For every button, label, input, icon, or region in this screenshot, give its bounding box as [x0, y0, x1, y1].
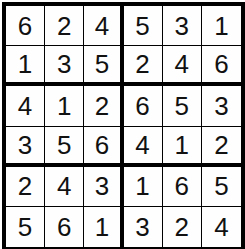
sudoku-cell[interactable]: 2 [124, 46, 163, 86]
sudoku-cell[interactable]: 5 [163, 86, 202, 126]
sudoku-cell[interactable]: 3 [202, 86, 241, 126]
sudoku-cell[interactable]: 1 [45, 86, 84, 126]
sudoku-cell[interactable]: 4 [45, 167, 84, 207]
sudoku-cell[interactable]: 6 [202, 46, 241, 86]
sudoku-cell[interactable]: 2 [45, 6, 84, 46]
sudoku-cell[interactable]: 3 [84, 167, 123, 207]
sudoku-cell[interactable]: 1 [84, 207, 123, 247]
sudoku-cell[interactable]: 4 [202, 207, 241, 247]
sudoku-cell[interactable]: 4 [6, 86, 45, 126]
sudoku-cell[interactable]: 5 [84, 46, 123, 86]
sudoku-cell[interactable]: 2 [6, 167, 45, 207]
sudoku-cell[interactable]: 6 [45, 207, 84, 247]
sudoku-cell[interactable]: 5 [6, 207, 45, 247]
sudoku-cell[interactable]: 3 [124, 207, 163, 247]
sudoku-cell[interactable]: 3 [163, 6, 202, 46]
sudoku-cell[interactable]: 4 [124, 127, 163, 167]
sudoku-board: 624531135246412653356412243165561324 [2, 2, 245, 249]
sudoku-cell[interactable]: 5 [124, 6, 163, 46]
sudoku-cell[interactable]: 5 [202, 167, 241, 207]
sudoku-cell[interactable]: 1 [124, 167, 163, 207]
sudoku-cell[interactable]: 1 [6, 46, 45, 86]
sudoku-cell[interactable]: 3 [45, 46, 84, 86]
sudoku-cell[interactable]: 6 [6, 6, 45, 46]
sudoku-cell[interactable]: 1 [163, 127, 202, 167]
page: 624531135246412653356412243165561324 [0, 0, 243, 249]
sudoku-cell[interactable]: 2 [163, 207, 202, 247]
sudoku-cell[interactable]: 3 [6, 127, 45, 167]
sudoku-cell[interactable]: 5 [45, 127, 84, 167]
sudoku-cell[interactable]: 1 [202, 6, 241, 46]
sudoku-cell[interactable]: 4 [163, 46, 202, 86]
sudoku-cell[interactable]: 6 [163, 167, 202, 207]
sudoku-cell[interactable]: 2 [202, 127, 241, 167]
sudoku-cell[interactable]: 6 [124, 86, 163, 126]
sudoku-cell[interactable]: 2 [84, 86, 123, 126]
sudoku-cell[interactable]: 6 [84, 127, 123, 167]
sudoku-cell[interactable]: 4 [84, 6, 123, 46]
